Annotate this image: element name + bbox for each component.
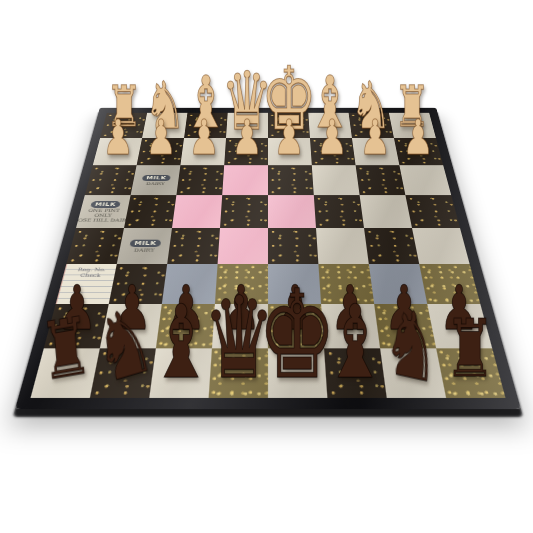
square-e3[interactable] <box>268 165 314 195</box>
square-g5[interactable] <box>364 228 419 264</box>
square-d5[interactable] <box>218 228 268 264</box>
milk-badge: MILK <box>130 239 161 246</box>
black-knight-piece-g8[interactable]: ♞ <box>378 293 446 396</box>
square-c3[interactable] <box>176 165 224 195</box>
white-pawn-piece-h2[interactable]: ♟ <box>402 113 433 161</box>
dairy-text: DAIRY <box>134 247 155 252</box>
square-b5[interactable]: MILKDAIRY <box>117 228 172 264</box>
square-d4[interactable] <box>220 195 268 228</box>
square-f4[interactable] <box>314 195 364 228</box>
white-pawn-piece-d2[interactable]: ♟ <box>231 113 262 161</box>
square-a4[interactable]: MILKONE PINTONLYROSE HILL DAIRY <box>76 195 131 228</box>
black-rook-piece-h8[interactable]: ♜ <box>444 309 495 388</box>
black-bishop-piece-f8[interactable]: ♝ <box>322 292 387 393</box>
square-h3[interactable] <box>399 165 451 195</box>
square-f5[interactable] <box>316 228 369 264</box>
square-d3[interactable] <box>222 165 268 195</box>
dairy-text: DAIRY <box>146 181 165 185</box>
square-e4[interactable] <box>268 195 316 228</box>
white-pawn-piece-g2[interactable]: ♟ <box>360 113 391 161</box>
milk-label: MILKDAIRY <box>131 165 181 195</box>
square-g4[interactable] <box>360 195 412 228</box>
square-a5[interactable] <box>66 228 124 264</box>
square-b3[interactable]: MILKDAIRY <box>131 165 181 195</box>
white-pawn-piece-c2[interactable]: ♟ <box>188 113 219 161</box>
white-pawn-piece-b2[interactable]: ♟ <box>145 113 176 161</box>
milk-badge: MILK <box>142 175 170 181</box>
milk-label: MILKDAIRY <box>117 228 172 264</box>
square-f3[interactable] <box>312 165 360 195</box>
pint-label: MILKONE PINTONLYROSE HILL DAIRY <box>76 195 131 228</box>
square-e5[interactable] <box>268 228 318 264</box>
square-c5[interactable] <box>167 228 220 264</box>
square-b4[interactable] <box>124 195 176 228</box>
square-g3[interactable] <box>356 165 406 195</box>
rose-hill-text: ROSE HILL DAIRY <box>76 218 131 222</box>
square-c4[interactable] <box>172 195 222 228</box>
white-pawn-piece-f2[interactable]: ♟ <box>317 113 348 161</box>
white-pawn-piece-e2[interactable]: ♟ <box>274 113 305 161</box>
square-h4[interactable] <box>405 195 460 228</box>
black-rook-piece-a8[interactable]: ♜ <box>37 305 95 392</box>
square-h5[interactable] <box>412 228 470 264</box>
white-pawn-piece-a2[interactable]: ♟ <box>102 113 133 161</box>
square-a3[interactable] <box>85 165 137 195</box>
milk-badge: MILK <box>90 201 120 208</box>
photo-stage: MILKDAIRYMILKONE PINTONLYROSE HILL DAIRY… <box>0 0 533 533</box>
